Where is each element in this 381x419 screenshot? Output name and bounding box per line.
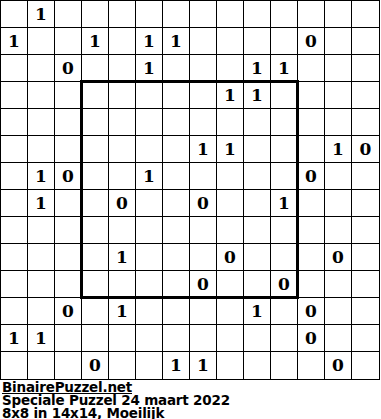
cell-r5c10[interactable]: [271, 136, 298, 163]
cell-r4c4[interactable]: [109, 109, 136, 136]
cell-r11c4[interactable]: 1: [109, 298, 136, 325]
cell-r4c6[interactable]: [163, 109, 190, 136]
cell-r0c7[interactable]: [190, 1, 217, 28]
cell-r5c4[interactable]: [109, 136, 136, 163]
cell-r5c5[interactable]: [136, 136, 163, 163]
cell-r10c10[interactable]: 0: [271, 271, 298, 298]
cell-r12c8[interactable]: [217, 325, 244, 352]
cell-r0c0[interactable]: [1, 1, 28, 28]
cell-r5c1[interactable]: [28, 136, 55, 163]
cell-r5c7[interactable]: 1: [190, 136, 217, 163]
cell-r8c12[interactable]: [325, 217, 352, 244]
cell-r9c7[interactable]: [190, 244, 217, 271]
cell-r11c6[interactable]: [163, 298, 190, 325]
cell-r10c3[interactable]: [82, 271, 109, 298]
cell-r5c9[interactable]: [244, 136, 271, 163]
cell-r5c12[interactable]: 1: [325, 136, 352, 163]
cell-r13c9[interactable]: [244, 352, 271, 379]
cell-r13c3[interactable]: 0: [82, 352, 109, 379]
caption-details: 8x8 in 14x14, Moeilijk: [2, 407, 381, 419]
cell-r2c7[interactable]: [190, 55, 217, 82]
cell-r4c9[interactable]: [244, 109, 271, 136]
cell-r1c11[interactable]: 0: [298, 28, 325, 55]
cell-r9c12[interactable]: 0: [325, 244, 352, 271]
cell-r0c2[interactable]: [55, 1, 82, 28]
cell-r10c2[interactable]: [55, 271, 82, 298]
cell-r8c2[interactable]: [55, 217, 82, 244]
cell-r1c5[interactable]: 1: [136, 28, 163, 55]
cell-r12c11[interactable]: 0: [298, 325, 325, 352]
cell-r2c10[interactable]: 1: [271, 55, 298, 82]
cell-r4c13[interactable]: [352, 109, 379, 136]
cell-r13c1[interactable]: [28, 352, 55, 379]
cell-r6c13[interactable]: [352, 163, 379, 190]
cell-r3c1[interactable]: [28, 82, 55, 109]
caption: BinairePuzzel.net Speciale Puzzel 24 maa…: [2, 381, 381, 419]
cell-r10c9[interactable]: [244, 271, 271, 298]
cell-r6c9[interactable]: [244, 163, 271, 190]
cell-r5c0[interactable]: [1, 136, 28, 163]
cell-r12c13[interactable]: [352, 325, 379, 352]
cell-r9c8[interactable]: 0: [217, 244, 244, 271]
cell-r2c1[interactable]: [28, 55, 55, 82]
cell-r1c12[interactable]: [325, 28, 352, 55]
cell-r10c8[interactable]: [217, 271, 244, 298]
cell-r8c5[interactable]: [136, 217, 163, 244]
cell-r11c10[interactable]: [271, 298, 298, 325]
cell-r13c0[interactable]: [1, 352, 28, 379]
cell-r9c11[interactable]: [298, 244, 325, 271]
cell-r7c8[interactable]: [217, 190, 244, 217]
cell-r3c9[interactable]: 1: [244, 82, 271, 109]
cell-r3c5[interactable]: [136, 82, 163, 109]
cell-r10c11[interactable]: [298, 271, 325, 298]
cell-r0c6[interactable]: [163, 1, 190, 28]
cell-r1c0[interactable]: 1: [1, 28, 28, 55]
cell-r3c7[interactable]: [190, 82, 217, 109]
cell-r11c9[interactable]: 1: [244, 298, 271, 325]
cell-r4c10[interactable]: [271, 109, 298, 136]
cell-r1c3[interactable]: 1: [82, 28, 109, 55]
cell-r13c5[interactable]: [136, 352, 163, 379]
cell-r9c3[interactable]: [82, 244, 109, 271]
cell-r5c2[interactable]: [55, 136, 82, 163]
cell-r10c0[interactable]: [1, 271, 28, 298]
cell-r13c6[interactable]: 1: [163, 352, 190, 379]
cell-r2c12[interactable]: [325, 55, 352, 82]
cell-r13c4[interactable]: [109, 352, 136, 379]
cell-r0c8[interactable]: [217, 1, 244, 28]
cell-r10c1[interactable]: [28, 271, 55, 298]
cell-r4c7[interactable]: [190, 109, 217, 136]
cell-r6c6[interactable]: [163, 163, 190, 190]
cell-r12c3[interactable]: [82, 325, 109, 352]
cell-r7c4[interactable]: 0: [109, 190, 136, 217]
cell-r1c13[interactable]: [352, 28, 379, 55]
cell-r13c10[interactable]: [271, 352, 298, 379]
cell-r2c4[interactable]: [109, 55, 136, 82]
cell-r0c13[interactable]: [352, 1, 379, 28]
cell-r8c8[interactable]: [217, 217, 244, 244]
cell-r11c11[interactable]: 0: [298, 298, 325, 325]
cell-r2c2[interactable]: 0: [55, 55, 82, 82]
cell-r3c2[interactable]: [55, 82, 82, 109]
cell-r13c2[interactable]: [55, 352, 82, 379]
cell-r12c6[interactable]: [163, 325, 190, 352]
cell-r10c6[interactable]: [163, 271, 190, 298]
cell-r1c1[interactable]: [28, 28, 55, 55]
cell-r8c9[interactable]: [244, 217, 271, 244]
cell-r8c4[interactable]: [109, 217, 136, 244]
cell-r12c1[interactable]: 1: [28, 325, 55, 352]
cell-r3c11[interactable]: [298, 82, 325, 109]
puzzle-page: 1111100111111110101010011000001101100110…: [0, 0, 381, 419]
cell-r11c5[interactable]: [136, 298, 163, 325]
cell-r7c0[interactable]: [1, 190, 28, 217]
cell-r1c4[interactable]: [109, 28, 136, 55]
cell-r9c5[interactable]: [136, 244, 163, 271]
cell-r10c5[interactable]: [136, 271, 163, 298]
cell-r13c8[interactable]: [217, 352, 244, 379]
cell-r10c12[interactable]: [325, 271, 352, 298]
cell-r7c3[interactable]: [82, 190, 109, 217]
cell-r12c4[interactable]: [109, 325, 136, 352]
cell-r5c3[interactable]: [82, 136, 109, 163]
cell-r11c8[interactable]: [217, 298, 244, 325]
cell-r7c5[interactable]: [136, 190, 163, 217]
cell-r4c12[interactable]: [325, 109, 352, 136]
cell-r12c12[interactable]: [325, 325, 352, 352]
cell-r13c7[interactable]: 1: [190, 352, 217, 379]
cell-r2c5[interactable]: 1: [136, 55, 163, 82]
cell-r7c1[interactable]: 1: [28, 190, 55, 217]
cell-r4c2[interactable]: [55, 109, 82, 136]
cell-r10c13[interactable]: [352, 271, 379, 298]
cell-r12c2[interactable]: [55, 325, 82, 352]
cell-r13c13[interactable]: [352, 352, 379, 379]
cell-r3c0[interactable]: [1, 82, 28, 109]
cell-r3c12[interactable]: [325, 82, 352, 109]
cell-r4c0[interactable]: [1, 109, 28, 136]
cell-r9c10[interactable]: [271, 244, 298, 271]
cell-r9c9[interactable]: [244, 244, 271, 271]
cell-r4c1[interactable]: [28, 109, 55, 136]
cell-r6c4[interactable]: [109, 163, 136, 190]
cell-r8c0[interactable]: [1, 217, 28, 244]
cell-r10c4[interactable]: [109, 271, 136, 298]
cell-r7c6[interactable]: [163, 190, 190, 217]
cell-r8c13[interactable]: [352, 217, 379, 244]
cell-r0c10[interactable]: [271, 1, 298, 28]
cell-r6c1[interactable]: 1: [28, 163, 55, 190]
cell-r0c3[interactable]: [82, 1, 109, 28]
cell-r3c4[interactable]: [109, 82, 136, 109]
cell-r11c0[interactable]: [1, 298, 28, 325]
cell-r9c1[interactable]: [28, 244, 55, 271]
cell-r7c12[interactable]: [325, 190, 352, 217]
cell-r4c5[interactable]: [136, 109, 163, 136]
cell-r6c7[interactable]: [190, 163, 217, 190]
cell-r11c2[interactable]: 0: [55, 298, 82, 325]
cell-r1c7[interactable]: [190, 28, 217, 55]
cell-r0c4[interactable]: [109, 1, 136, 28]
cell-r1c8[interactable]: [217, 28, 244, 55]
cell-r12c10[interactable]: [271, 325, 298, 352]
cell-r5c6[interactable]: [163, 136, 190, 163]
cell-r6c0[interactable]: [1, 163, 28, 190]
cell-r6c3[interactable]: [82, 163, 109, 190]
cell-r10c7[interactable]: 0: [190, 271, 217, 298]
cell-r9c2[interactable]: [55, 244, 82, 271]
cell-r8c7[interactable]: [190, 217, 217, 244]
cell-r4c11[interactable]: [298, 109, 325, 136]
cell-r0c5[interactable]: [136, 1, 163, 28]
cell-r8c1[interactable]: [28, 217, 55, 244]
puzzle-grid: 1111100111111110101010011000001101100110: [1, 1, 379, 379]
cell-r3c10[interactable]: [271, 82, 298, 109]
cell-r8c3[interactable]: [82, 217, 109, 244]
cell-r5c8[interactable]: 1: [217, 136, 244, 163]
cell-r2c8[interactable]: [217, 55, 244, 82]
cell-r9c6[interactable]: [163, 244, 190, 271]
cell-r1c2[interactable]: [55, 28, 82, 55]
cell-r12c5[interactable]: [136, 325, 163, 352]
cell-r6c5[interactable]: 1: [136, 163, 163, 190]
cell-r2c6[interactable]: [163, 55, 190, 82]
cell-r9c0[interactable]: [1, 244, 28, 271]
cell-r3c8[interactable]: 1: [217, 82, 244, 109]
cell-r3c6[interactable]: [163, 82, 190, 109]
cell-r7c10[interactable]: 1: [271, 190, 298, 217]
cell-r3c13[interactable]: [352, 82, 379, 109]
cell-r0c1[interactable]: 1: [28, 1, 55, 28]
cell-r5c13[interactable]: 0: [352, 136, 379, 163]
cell-r7c9[interactable]: [244, 190, 271, 217]
cell-r2c3[interactable]: [82, 55, 109, 82]
cell-r1c6[interactable]: 1: [163, 28, 190, 55]
cell-r8c6[interactable]: [163, 217, 190, 244]
cell-r11c13[interactable]: [352, 298, 379, 325]
cell-r0c11[interactable]: [298, 1, 325, 28]
cell-r1c10[interactable]: [271, 28, 298, 55]
puzzle-board: 1111100111111110101010011000001101100110: [0, 0, 380, 380]
cell-r0c9[interactable]: [244, 1, 271, 28]
cell-r13c12[interactable]: 0: [325, 352, 352, 379]
cell-r9c13[interactable]: [352, 244, 379, 271]
cell-r7c11[interactable]: [298, 190, 325, 217]
cell-r11c7[interactable]: [190, 298, 217, 325]
cell-r6c8[interactable]: [217, 163, 244, 190]
cell-r8c11[interactable]: [298, 217, 325, 244]
cell-r13c11[interactable]: [298, 352, 325, 379]
cell-r2c11[interactable]: [298, 55, 325, 82]
cell-r6c12[interactable]: [325, 163, 352, 190]
cell-r4c3[interactable]: [82, 109, 109, 136]
cell-r1c9[interactable]: [244, 28, 271, 55]
cell-r2c13[interactable]: [352, 55, 379, 82]
cell-r6c10[interactable]: [271, 163, 298, 190]
cell-r9c4[interactable]: 1: [109, 244, 136, 271]
cell-r12c0[interactable]: 1: [1, 325, 28, 352]
cell-r0c12[interactable]: [325, 1, 352, 28]
cell-r8c10[interactable]: [271, 217, 298, 244]
cell-r7c7[interactable]: 0: [190, 190, 217, 217]
cell-r12c9[interactable]: [244, 325, 271, 352]
cell-r11c3[interactable]: [82, 298, 109, 325]
cell-r12c7[interactable]: [190, 325, 217, 352]
cell-r11c1[interactable]: [28, 298, 55, 325]
cell-r6c11[interactable]: 0: [298, 163, 325, 190]
cell-r11c12[interactable]: [325, 298, 352, 325]
cell-r2c9[interactable]: 1: [244, 55, 271, 82]
cell-r7c2[interactable]: [55, 190, 82, 217]
cell-r2c0[interactable]: [1, 55, 28, 82]
cell-r7c13[interactable]: [352, 190, 379, 217]
cell-r5c11[interactable]: [298, 136, 325, 163]
cell-r3c3[interactable]: [82, 82, 109, 109]
cell-r6c2[interactable]: 0: [55, 163, 82, 190]
cell-r4c8[interactable]: [217, 109, 244, 136]
